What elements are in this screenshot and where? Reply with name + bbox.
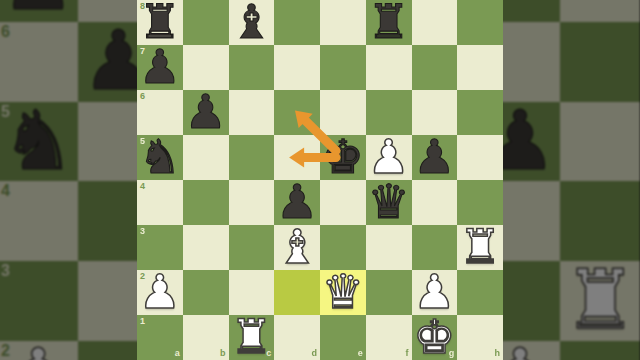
square-f3[interactable] bbox=[366, 225, 412, 270]
piece-white-rook[interactable]: ♜ bbox=[230, 313, 272, 360]
square-c3[interactable] bbox=[229, 225, 275, 270]
square-h1[interactable]: h bbox=[457, 315, 503, 360]
square-h3[interactable]: ♜ bbox=[457, 225, 503, 270]
square-f1[interactable]: f bbox=[366, 315, 412, 360]
piece-white-pawn[interactable]: ♟ bbox=[139, 268, 181, 315]
square-c1[interactable]: c♜ bbox=[229, 315, 275, 360]
piece-black-queen[interactable]: ♛ bbox=[368, 178, 410, 225]
file-label-b: b bbox=[220, 349, 226, 358]
video-frame: 8♜♝♜7♟6♟5♞♚♟♟4♟♛3♝♜2♟♛♟1abc♜defg♚h 8♜♝♜7… bbox=[0, 0, 640, 360]
square-e4[interactable] bbox=[320, 180, 366, 225]
square-f2[interactable] bbox=[366, 270, 412, 315]
piece-black-bishop[interactable]: ♝ bbox=[230, 0, 272, 45]
chess-board[interactable]: 8♜♝♜7♟6♟5♞♚♟♟4♟♛3♝♜2♟♛♟1abc♜defg♚h bbox=[137, 0, 503, 360]
square-a5[interactable]: 5♞ bbox=[137, 135, 183, 180]
square-c4[interactable] bbox=[229, 180, 275, 225]
square-g7[interactable] bbox=[412, 45, 458, 90]
file-label-e: e bbox=[358, 349, 363, 358]
piece-black-knight[interactable]: ♞ bbox=[139, 133, 181, 180]
piece-white-pawn[interactable]: ♟ bbox=[413, 268, 455, 315]
square-b6[interactable]: ♟ bbox=[183, 90, 229, 135]
piece-black-pawn[interactable]: ♟ bbox=[139, 43, 181, 90]
square-h2[interactable] bbox=[457, 270, 503, 315]
square-c8[interactable]: ♝ bbox=[229, 0, 275, 45]
file-label-d: d bbox=[312, 349, 318, 358]
rank-label-4: 4 bbox=[140, 182, 145, 191]
file-label-h: h bbox=[495, 349, 501, 358]
square-f7[interactable] bbox=[366, 45, 412, 90]
square-d8[interactable] bbox=[274, 0, 320, 45]
square-d1[interactable]: d bbox=[274, 315, 320, 360]
square-b3[interactable] bbox=[183, 225, 229, 270]
square-f4[interactable]: ♛ bbox=[366, 180, 412, 225]
piece-black-pawn[interactable]: ♟ bbox=[276, 178, 318, 225]
square-b4[interactable] bbox=[183, 180, 229, 225]
square-b8[interactable] bbox=[183, 0, 229, 45]
rank-label-3: 3 bbox=[140, 227, 145, 236]
square-c7[interactable] bbox=[229, 45, 275, 90]
file-label-f: f bbox=[406, 349, 409, 358]
square-d7[interactable] bbox=[274, 45, 320, 90]
square-h5[interactable] bbox=[457, 135, 503, 180]
square-a2[interactable]: 2♟ bbox=[137, 270, 183, 315]
square-d3[interactable]: ♝ bbox=[274, 225, 320, 270]
square-d2[interactable] bbox=[274, 270, 320, 315]
square-a7[interactable]: 7♟ bbox=[137, 45, 183, 90]
square-b5[interactable] bbox=[183, 135, 229, 180]
square-h6[interactable] bbox=[457, 90, 503, 135]
square-c5[interactable] bbox=[229, 135, 275, 180]
square-a1[interactable]: 1a bbox=[137, 315, 183, 360]
square-h7[interactable] bbox=[457, 45, 503, 90]
piece-black-pawn[interactable]: ♟ bbox=[185, 88, 227, 135]
piece-black-rook[interactable]: ♜ bbox=[368, 0, 410, 45]
square-d6[interactable] bbox=[274, 90, 320, 135]
square-c6[interactable] bbox=[229, 90, 275, 135]
square-b1[interactable]: b bbox=[183, 315, 229, 360]
square-g8[interactable] bbox=[412, 0, 458, 45]
file-label-a: a bbox=[175, 349, 180, 358]
piece-white-king[interactable]: ♚ bbox=[413, 313, 455, 360]
square-e7[interactable] bbox=[320, 45, 366, 90]
square-e5[interactable]: ♚ bbox=[320, 135, 366, 180]
piece-white-rook[interactable]: ♜ bbox=[459, 223, 501, 270]
square-g1[interactable]: g♚ bbox=[412, 315, 458, 360]
square-b2[interactable] bbox=[183, 270, 229, 315]
piece-white-pawn[interactable]: ♟ bbox=[368, 133, 410, 180]
square-g5[interactable]: ♟ bbox=[412, 135, 458, 180]
square-g4[interactable] bbox=[412, 180, 458, 225]
rank-label-1: 1 bbox=[140, 317, 145, 326]
square-e8[interactable] bbox=[320, 0, 366, 45]
piece-black-king[interactable]: ♚ bbox=[322, 133, 364, 180]
square-e2[interactable]: ♛ bbox=[320, 270, 366, 315]
piece-white-queen[interactable]: ♛ bbox=[322, 268, 364, 315]
square-a4[interactable]: 4 bbox=[137, 180, 183, 225]
square-e1[interactable]: e bbox=[320, 315, 366, 360]
piece-black-pawn[interactable]: ♟ bbox=[413, 133, 455, 180]
piece-white-bishop[interactable]: ♝ bbox=[276, 223, 318, 270]
square-h8[interactable] bbox=[457, 0, 503, 45]
rank-label-6: 6 bbox=[140, 92, 145, 101]
square-f8[interactable]: ♜ bbox=[366, 0, 412, 45]
